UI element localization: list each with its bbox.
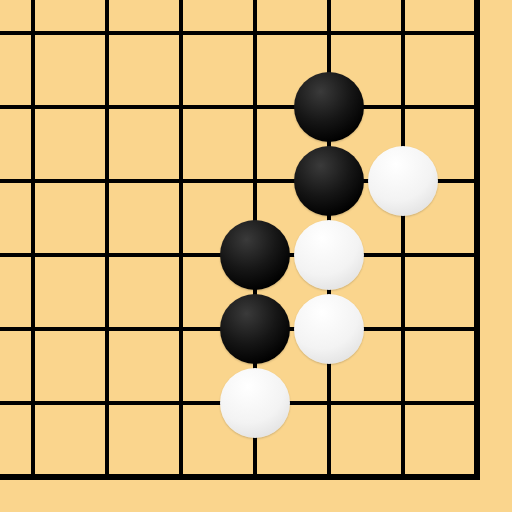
- white-stone: [368, 146, 438, 216]
- intersection-r7c2[interactable]: [70, 440, 144, 512]
- intersection-r2c5[interactable]: [292, 70, 366, 144]
- intersection-r6c5[interactable]: [292, 366, 366, 440]
- intersection-r2c3[interactable]: [144, 70, 218, 144]
- intersection-r7c5[interactable]: [292, 440, 366, 512]
- intersection-r4c2[interactable]: [70, 218, 144, 292]
- intersection-r7c3[interactable]: [144, 440, 218, 512]
- intersection-r3c3[interactable]: [144, 144, 218, 218]
- intersection-r2c2[interactable]: [70, 70, 144, 144]
- intersection-r2c1[interactable]: [0, 70, 70, 144]
- intersection-r2c6[interactable]: [366, 70, 440, 144]
- intersection-r1c1[interactable]: [0, 0, 70, 70]
- intersection-r1c2[interactable]: [70, 0, 144, 70]
- intersection-r4c3[interactable]: [144, 218, 218, 292]
- intersection-r4c6[interactable]: [366, 218, 440, 292]
- intersection-r6c2[interactable]: [70, 366, 144, 440]
- intersection-r3c4[interactable]: [218, 144, 292, 218]
- intersection-r6c3[interactable]: [144, 366, 218, 440]
- black-stone: [220, 294, 290, 364]
- intersection-r1c3[interactable]: [144, 0, 218, 70]
- intersection-r2c7[interactable]: [440, 70, 512, 144]
- intersection-r3c5[interactable]: [292, 144, 366, 218]
- intersection-r6c1[interactable]: [0, 366, 70, 440]
- intersection-r4c1[interactable]: [0, 218, 70, 292]
- intersection-r1c6[interactable]: [366, 0, 440, 70]
- intersection-r5c7[interactable]: [440, 292, 512, 366]
- intersection-r3c1[interactable]: [0, 144, 70, 218]
- intersection-r4c5[interactable]: [292, 218, 366, 292]
- intersection-r6c7[interactable]: [440, 366, 512, 440]
- intersection-r2c4[interactable]: [218, 70, 292, 144]
- intersection-r6c4[interactable]: [218, 366, 292, 440]
- intersection-r7c1[interactable]: [0, 440, 70, 512]
- go-board: [0, 0, 512, 512]
- intersection-r1c4[interactable]: [218, 0, 292, 70]
- intersection-r5c3[interactable]: [144, 292, 218, 366]
- black-stone: [294, 72, 364, 142]
- intersection-r7c7[interactable]: [440, 440, 512, 512]
- intersection-r4c7[interactable]: [440, 218, 512, 292]
- white-stone: [294, 220, 364, 290]
- intersection-r3c2[interactable]: [70, 144, 144, 218]
- intersection-r5c1[interactable]: [0, 292, 70, 366]
- intersection-r5c4[interactable]: [218, 292, 292, 366]
- black-stone: [220, 220, 290, 290]
- intersection-r5c2[interactable]: [70, 292, 144, 366]
- intersection-r7c6[interactable]: [366, 440, 440, 512]
- go-board-grid: [0, 0, 512, 512]
- black-stone: [294, 146, 364, 216]
- intersection-r4c4[interactable]: [218, 218, 292, 292]
- intersection-r1c5[interactable]: [292, 0, 366, 70]
- intersection-r5c6[interactable]: [366, 292, 440, 366]
- intersection-r3c7[interactable]: [440, 144, 512, 218]
- intersection-r1c7[interactable]: [440, 0, 512, 70]
- white-stone: [220, 368, 290, 438]
- intersection-r7c4[interactable]: [218, 440, 292, 512]
- intersection-r3c6[interactable]: [366, 144, 440, 218]
- white-stone: [294, 294, 364, 364]
- intersection-r6c6[interactable]: [366, 366, 440, 440]
- intersection-r5c5[interactable]: [292, 292, 366, 366]
